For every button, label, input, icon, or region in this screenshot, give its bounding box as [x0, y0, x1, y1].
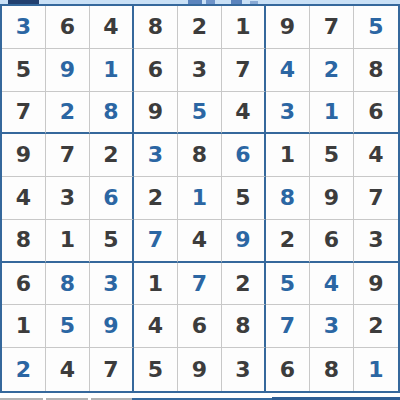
cell-r7c2[interactable]: 8 — [46, 263, 90, 306]
cell-r4c1[interactable]: 9 — [2, 134, 46, 177]
bottom-edge-ui-fragment — [0, 393, 400, 400]
cell-r7c3[interactable]: 3 — [90, 263, 134, 306]
cell-r3c2[interactable]: 2 — [46, 92, 90, 135]
cell-r1c6[interactable]: 1 — [222, 6, 266, 49]
cell-r6c1[interactable]: 8 — [2, 220, 46, 263]
cell-r9c2[interactable]: 4 — [46, 348, 90, 391]
cell-r7c4[interactable]: 1 — [134, 263, 178, 306]
cell-r4c6[interactable]: 6 — [222, 134, 266, 177]
cell-r3c5[interactable]: 5 — [178, 92, 222, 135]
cell-r5c6[interactable]: 5 — [222, 177, 266, 220]
cell-r3c1[interactable]: 7 — [2, 92, 46, 135]
cell-r1c5[interactable]: 2 — [178, 6, 222, 49]
cell-r1c8[interactable]: 7 — [310, 6, 354, 49]
cell-r1c1[interactable]: 3 — [2, 6, 46, 49]
cell-r3c9[interactable]: 6 — [354, 92, 398, 135]
cell-r8c1[interactable]: 1 — [2, 305, 46, 348]
cell-r6c8[interactable]: 6 — [310, 220, 354, 263]
cell-r4c8[interactable]: 5 — [310, 134, 354, 177]
cell-r8c3[interactable]: 9 — [90, 305, 134, 348]
cell-r9c1[interactable]: 2 — [2, 348, 46, 391]
cell-r6c7[interactable]: 2 — [266, 220, 310, 263]
cell-r4c9[interactable]: 4 — [354, 134, 398, 177]
cell-r1c7[interactable]: 9 — [266, 6, 310, 49]
cell-r5c7[interactable]: 8 — [266, 177, 310, 220]
cell-r5c8[interactable]: 9 — [310, 177, 354, 220]
cell-r6c9[interactable]: 3 — [354, 220, 398, 263]
cell-r3c7[interactable]: 3 — [266, 92, 310, 135]
cell-r2c9[interactable]: 8 — [354, 49, 398, 92]
cell-r1c9[interactable]: 5 — [354, 6, 398, 49]
cell-r8c4[interactable]: 4 — [134, 305, 178, 348]
cell-r7c6[interactable]: 2 — [222, 263, 266, 306]
cell-r9c3[interactable]: 7 — [90, 348, 134, 391]
cell-r9c8[interactable]: 8 — [310, 348, 354, 391]
cell-r3c4[interactable]: 9 — [134, 92, 178, 135]
cell-r4c3[interactable]: 2 — [90, 134, 134, 177]
cell-r2c6[interactable]: 7 — [222, 49, 266, 92]
cell-r8c7[interactable]: 7 — [266, 305, 310, 348]
cell-r5c4[interactable]: 2 — [134, 177, 178, 220]
cell-r8c9[interactable]: 2 — [354, 305, 398, 348]
cell-r7c1[interactable]: 6 — [2, 263, 46, 306]
cell-r2c5[interactable]: 3 — [178, 49, 222, 92]
cell-r5c1[interactable]: 4 — [2, 177, 46, 220]
cell-r4c7[interactable]: 1 — [266, 134, 310, 177]
cell-r6c4[interactable]: 7 — [134, 220, 178, 263]
sudoku-board: 3648219755916374287289543169723861544362… — [0, 4, 400, 393]
cell-r6c5[interactable]: 4 — [178, 220, 222, 263]
cell-r4c2[interactable]: 7 — [46, 134, 90, 177]
cell-r9c6[interactable]: 3 — [222, 348, 266, 391]
cell-r1c2[interactable]: 6 — [46, 6, 90, 49]
cell-r1c3[interactable]: 4 — [90, 6, 134, 49]
cell-r7c5[interactable]: 7 — [178, 263, 222, 306]
cell-r2c4[interactable]: 6 — [134, 49, 178, 92]
cell-r9c9[interactable]: 1 — [354, 348, 398, 391]
cell-r2c1[interactable]: 5 — [2, 49, 46, 92]
cell-r4c4[interactable]: 3 — [134, 134, 178, 177]
cell-r2c3[interactable]: 1 — [90, 49, 134, 92]
cell-r1c4[interactable]: 8 — [134, 6, 178, 49]
cell-r9c4[interactable]: 5 — [134, 348, 178, 391]
cell-r2c8[interactable]: 2 — [310, 49, 354, 92]
cell-r5c2[interactable]: 3 — [46, 177, 90, 220]
cell-r3c3[interactable]: 8 — [90, 92, 134, 135]
cell-r2c7[interactable]: 4 — [266, 49, 310, 92]
cell-r7c9[interactable]: 9 — [354, 263, 398, 306]
cell-r3c6[interactable]: 4 — [222, 92, 266, 135]
cell-r5c5[interactable]: 1 — [178, 177, 222, 220]
cell-r6c2[interactable]: 1 — [46, 220, 90, 263]
cell-r3c8[interactable]: 1 — [310, 92, 354, 135]
cell-r2c2[interactable]: 9 — [46, 49, 90, 92]
cell-r6c3[interactable]: 5 — [90, 220, 134, 263]
cell-r6c6[interactable]: 9 — [222, 220, 266, 263]
cell-r4c5[interactable]: 8 — [178, 134, 222, 177]
cell-r9c7[interactable]: 6 — [266, 348, 310, 391]
cell-r7c8[interactable]: 4 — [310, 263, 354, 306]
cell-r8c2[interactable]: 5 — [46, 305, 90, 348]
cell-r8c8[interactable]: 3 — [310, 305, 354, 348]
cell-r8c5[interactable]: 6 — [178, 305, 222, 348]
cell-r9c5[interactable]: 9 — [178, 348, 222, 391]
cell-r5c9[interactable]: 7 — [354, 177, 398, 220]
cell-r7c7[interactable]: 5 — [266, 263, 310, 306]
cell-r5c3[interactable]: 6 — [90, 177, 134, 220]
cell-r8c6[interactable]: 8 — [222, 305, 266, 348]
